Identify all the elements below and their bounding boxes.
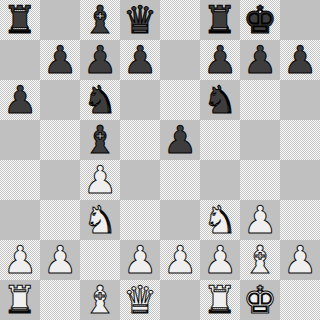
square-h1[interactable] <box>280 280 320 320</box>
white-pawn[interactable]: ♟ <box>3 240 37 280</box>
black-pawn[interactable]: ♟ <box>163 120 197 160</box>
black-pawn[interactable]: ♟ <box>203 40 237 80</box>
square-a7[interactable] <box>0 40 40 80</box>
black-king[interactable]: ♚ <box>243 0 277 40</box>
square-b7[interactable]: ♟ <box>40 40 80 80</box>
square-f8[interactable]: ♜ <box>200 0 240 40</box>
black-rook[interactable]: ♜ <box>3 0 37 40</box>
square-f6[interactable]: ♞ <box>200 80 240 120</box>
square-b4[interactable] <box>40 160 80 200</box>
square-d8[interactable]: ♛ <box>120 0 160 40</box>
square-e6[interactable] <box>160 80 200 120</box>
square-e5[interactable]: ♟ <box>160 120 200 160</box>
square-d6[interactable] <box>120 80 160 120</box>
black-bishop[interactable]: ♝ <box>83 120 117 160</box>
square-g2[interactable]: ♝ <box>240 240 280 280</box>
white-pawn[interactable]: ♟ <box>163 240 197 280</box>
black-pawn[interactable]: ♟ <box>83 40 117 80</box>
square-a4[interactable] <box>0 160 40 200</box>
square-e4[interactable] <box>160 160 200 200</box>
white-pawn[interactable]: ♟ <box>123 240 157 280</box>
chess-board: ♜♝♛♜♚♟♟♟♟♟♟♟♞♞♝♟♟♞♞♟♟♟♟♟♟♝♟♜♝♛♜♚ <box>0 0 320 320</box>
square-a6[interactable]: ♟ <box>0 80 40 120</box>
black-knight[interactable]: ♞ <box>203 80 237 120</box>
square-g5[interactable] <box>240 120 280 160</box>
square-d7[interactable]: ♟ <box>120 40 160 80</box>
white-queen[interactable]: ♛ <box>123 280 157 320</box>
square-c3[interactable]: ♞ <box>80 200 120 240</box>
white-pawn[interactable]: ♟ <box>83 160 117 200</box>
square-f2[interactable]: ♟ <box>200 240 240 280</box>
white-rook[interactable]: ♜ <box>3 280 37 320</box>
white-pawn[interactable]: ♟ <box>283 240 317 280</box>
white-pawn[interactable]: ♟ <box>243 200 277 240</box>
white-pawn[interactable]: ♟ <box>43 240 77 280</box>
square-c6[interactable]: ♞ <box>80 80 120 120</box>
square-d1[interactable]: ♛ <box>120 280 160 320</box>
square-h2[interactable]: ♟ <box>280 240 320 280</box>
square-f1[interactable]: ♜ <box>200 280 240 320</box>
square-h6[interactable] <box>280 80 320 120</box>
square-d4[interactable] <box>120 160 160 200</box>
square-h5[interactable] <box>280 120 320 160</box>
square-g7[interactable]: ♟ <box>240 40 280 80</box>
square-b1[interactable] <box>40 280 80 320</box>
black-pawn[interactable]: ♟ <box>3 80 37 120</box>
square-e7[interactable] <box>160 40 200 80</box>
square-g1[interactable]: ♚ <box>240 280 280 320</box>
square-h8[interactable] <box>280 0 320 40</box>
white-bishop[interactable]: ♝ <box>243 240 277 280</box>
square-c4[interactable]: ♟ <box>80 160 120 200</box>
square-h4[interactable] <box>280 160 320 200</box>
square-h7[interactable]: ♟ <box>280 40 320 80</box>
square-e2[interactable]: ♟ <box>160 240 200 280</box>
square-c7[interactable]: ♟ <box>80 40 120 80</box>
black-queen[interactable]: ♛ <box>123 0 157 40</box>
square-c1[interactable]: ♝ <box>80 280 120 320</box>
square-h3[interactable] <box>280 200 320 240</box>
square-f5[interactable] <box>200 120 240 160</box>
square-c2[interactable] <box>80 240 120 280</box>
square-d3[interactable] <box>120 200 160 240</box>
black-rook[interactable]: ♜ <box>203 0 237 40</box>
square-e3[interactable] <box>160 200 200 240</box>
square-c5[interactable]: ♝ <box>80 120 120 160</box>
square-a5[interactable] <box>0 120 40 160</box>
black-pawn[interactable]: ♟ <box>43 40 77 80</box>
white-knight[interactable]: ♞ <box>83 200 117 240</box>
square-f4[interactable] <box>200 160 240 200</box>
square-b6[interactable] <box>40 80 80 120</box>
black-pawn[interactable]: ♟ <box>243 40 277 80</box>
white-knight[interactable]: ♞ <box>203 200 237 240</box>
square-g4[interactable] <box>240 160 280 200</box>
square-g3[interactable]: ♟ <box>240 200 280 240</box>
black-knight[interactable]: ♞ <box>83 80 117 120</box>
square-f7[interactable]: ♟ <box>200 40 240 80</box>
square-a2[interactable]: ♟ <box>0 240 40 280</box>
white-rook[interactable]: ♜ <box>203 280 237 320</box>
square-d2[interactable]: ♟ <box>120 240 160 280</box>
white-pawn[interactable]: ♟ <box>203 240 237 280</box>
square-e8[interactable] <box>160 0 200 40</box>
square-d5[interactable] <box>120 120 160 160</box>
black-bishop[interactable]: ♝ <box>83 0 117 40</box>
square-e1[interactable] <box>160 280 200 320</box>
square-b5[interactable] <box>40 120 80 160</box>
white-king[interactable]: ♚ <box>243 280 277 320</box>
white-bishop[interactable]: ♝ <box>83 280 117 320</box>
square-a3[interactable] <box>0 200 40 240</box>
square-b3[interactable] <box>40 200 80 240</box>
black-pawn[interactable]: ♟ <box>283 40 317 80</box>
square-a8[interactable]: ♜ <box>0 0 40 40</box>
square-b8[interactable] <box>40 0 80 40</box>
square-b2[interactable]: ♟ <box>40 240 80 280</box>
black-pawn[interactable]: ♟ <box>123 40 157 80</box>
square-f3[interactable]: ♞ <box>200 200 240 240</box>
square-c8[interactable]: ♝ <box>80 0 120 40</box>
square-g6[interactable] <box>240 80 280 120</box>
square-g8[interactable]: ♚ <box>240 0 280 40</box>
square-a1[interactable]: ♜ <box>0 280 40 320</box>
